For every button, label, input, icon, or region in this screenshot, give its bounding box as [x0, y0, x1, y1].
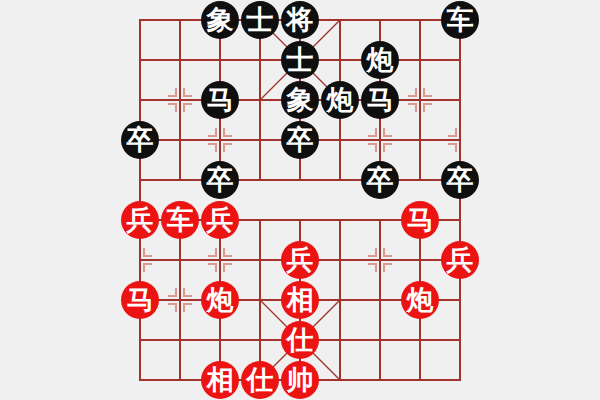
piece-black-cannon[interactable]: 炮 — [321, 81, 359, 119]
piece-red-cannon[interactable]: 炮 — [201, 281, 239, 319]
piece-red-cannon[interactable]: 炮 — [401, 281, 439, 319]
piece-red-king[interactable]: 帅 — [281, 361, 319, 399]
piece-black-pawn[interactable]: 卒 — [201, 161, 239, 199]
piece-black-pawn[interactable]: 卒 — [441, 161, 479, 199]
piece-black-horse[interactable]: 马 — [201, 81, 239, 119]
piece-black-pawn[interactable]: 卒 — [361, 161, 399, 199]
piece-black-advisor[interactable]: 士 — [241, 1, 279, 39]
piece-black-pawn[interactable]: 卒 — [281, 121, 319, 159]
piece-red-pawn[interactable]: 兵 — [121, 201, 159, 239]
piece-layer: 象士将车士炮马象炮马卒卒卒卒卒兵车兵马兵兵马炮相炮仕相仕帅 — [120, 0, 480, 400]
xiangqi-app: 象士将车士炮马象炮马卒卒卒卒卒兵车兵马兵兵马炮相炮仕相仕帅 — [0, 0, 600, 400]
piece-red-chariot[interactable]: 车 — [161, 201, 199, 239]
piece-black-king[interactable]: 将 — [281, 1, 319, 39]
piece-black-elephant[interactable]: 象 — [281, 81, 319, 119]
piece-black-cannon[interactable]: 炮 — [361, 41, 399, 79]
piece-black-chariot[interactable]: 车 — [441, 1, 479, 39]
piece-black-advisor[interactable]: 士 — [281, 41, 319, 79]
piece-red-elephant[interactable]: 相 — [201, 361, 239, 399]
piece-red-advisor[interactable]: 仕 — [241, 361, 279, 399]
piece-red-advisor[interactable]: 仕 — [281, 321, 319, 359]
piece-red-pawn[interactable]: 兵 — [281, 241, 319, 279]
piece-red-pawn[interactable]: 兵 — [201, 201, 239, 239]
piece-black-horse[interactable]: 马 — [361, 81, 399, 119]
piece-red-elephant[interactable]: 相 — [281, 281, 319, 319]
piece-red-horse[interactable]: 马 — [121, 281, 159, 319]
piece-black-elephant[interactable]: 象 — [201, 1, 239, 39]
piece-red-horse[interactable]: 马 — [401, 201, 439, 239]
piece-black-pawn[interactable]: 卒 — [121, 121, 159, 159]
piece-red-pawn[interactable]: 兵 — [441, 241, 479, 279]
xiangqi-board[interactable]: 象士将车士炮马象炮马卒卒卒卒卒兵车兵马兵兵马炮相炮仕相仕帅 — [0, 0, 600, 400]
